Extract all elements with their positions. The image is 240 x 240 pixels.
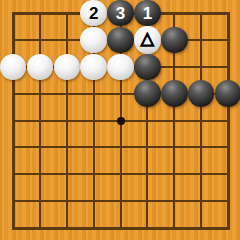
black-stone-move-1[interactable]: 1 [134,0,161,26]
white-stone-move-2[interactable]: 2 [80,0,107,26]
white-stone-triangle-marked[interactable]: △ [134,26,161,55]
black-stone[interactable] [134,54,161,81]
black-stone[interactable] [134,80,161,107]
white-stone[interactable] [27,54,54,81]
black-stone[interactable] [188,80,215,107]
white-stone[interactable] [0,54,26,81]
white-stone[interactable] [107,54,134,81]
white-stone[interactable] [80,27,107,54]
intersections-layer: 231△ [0,0,240,240]
white-stone[interactable] [80,54,107,81]
white-stone[interactable] [54,54,81,81]
black-stone[interactable] [215,80,240,107]
go-board[interactable]: 231△ [0,0,240,240]
black-stone[interactable] [161,80,188,107]
black-stone[interactable] [107,27,134,54]
star-point [117,117,125,125]
black-stone-move-3[interactable]: 3 [107,0,134,26]
black-stone[interactable] [161,27,188,54]
